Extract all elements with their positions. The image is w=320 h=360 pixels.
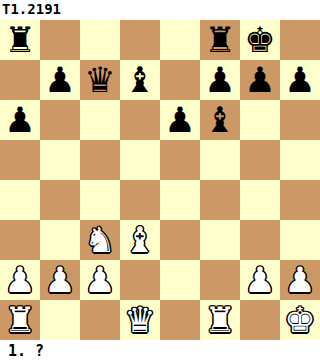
square-c8[interactable] [80, 20, 120, 60]
piece-white-pawn[interactable]: ♟ [280, 260, 320, 300]
square-e7[interactable] [160, 60, 200, 100]
piece-black-pawn[interactable]: ♟ [280, 60, 320, 100]
square-f5[interactable] [200, 140, 240, 180]
piece-black-pawn[interactable]: ♟ [200, 60, 240, 100]
puzzle-title: T1.2191 [0, 0, 320, 20]
square-g4[interactable] [240, 180, 280, 220]
square-b7[interactable]: ♟ [40, 60, 80, 100]
square-h5[interactable] [280, 140, 320, 180]
square-a1[interactable]: ♜ [0, 300, 40, 340]
square-c1[interactable] [80, 300, 120, 340]
square-c2[interactable]: ♟ [80, 260, 120, 300]
square-a7[interactable] [0, 60, 40, 100]
piece-black-king[interactable]: ♚ [240, 20, 280, 60]
square-c3[interactable]: ♞ [80, 220, 120, 260]
square-h3[interactable] [280, 220, 320, 260]
piece-black-rook[interactable]: ♜ [0, 20, 40, 60]
square-d2[interactable] [120, 260, 160, 300]
square-g8[interactable]: ♚ [240, 20, 280, 60]
square-a6[interactable]: ♟ [0, 100, 40, 140]
square-h4[interactable] [280, 180, 320, 220]
square-d3[interactable]: ♝ [120, 220, 160, 260]
square-f3[interactable] [200, 220, 240, 260]
square-b3[interactable] [40, 220, 80, 260]
square-g2[interactable]: ♟ [240, 260, 280, 300]
square-b2[interactable]: ♟ [40, 260, 80, 300]
piece-black-bishop[interactable]: ♝ [120, 60, 160, 100]
square-d4[interactable] [120, 180, 160, 220]
square-g7[interactable]: ♟ [240, 60, 280, 100]
piece-white-pawn[interactable]: ♟ [240, 260, 280, 300]
square-f2[interactable] [200, 260, 240, 300]
square-h1[interactable]: ♚ [280, 300, 320, 340]
square-d7[interactable]: ♝ [120, 60, 160, 100]
piece-white-rook[interactable]: ♜ [0, 300, 40, 340]
square-b1[interactable] [40, 300, 80, 340]
square-h7[interactable]: ♟ [280, 60, 320, 100]
chess-board: ♜♜♚♟♛♝♟♟♟♟♟♝♞♝♟♟♟♟♟♜♛♜♚ [0, 20, 320, 340]
square-d5[interactable] [120, 140, 160, 180]
piece-black-bishop[interactable]: ♝ [200, 100, 240, 140]
piece-black-queen[interactable]: ♛ [80, 60, 120, 100]
square-f8[interactable]: ♜ [200, 20, 240, 60]
square-a3[interactable] [0, 220, 40, 260]
square-a5[interactable] [0, 140, 40, 180]
piece-black-rook[interactable]: ♜ [200, 20, 240, 60]
square-c5[interactable] [80, 140, 120, 180]
square-h2[interactable]: ♟ [280, 260, 320, 300]
square-g1[interactable] [240, 300, 280, 340]
piece-white-pawn[interactable]: ♟ [40, 260, 80, 300]
square-c7[interactable]: ♛ [80, 60, 120, 100]
square-a8[interactable]: ♜ [0, 20, 40, 60]
square-e1[interactable] [160, 300, 200, 340]
square-f4[interactable] [200, 180, 240, 220]
piece-black-pawn[interactable]: ♟ [240, 60, 280, 100]
square-f1[interactable]: ♜ [200, 300, 240, 340]
square-a2[interactable]: ♟ [0, 260, 40, 300]
square-c6[interactable] [80, 100, 120, 140]
square-c4[interactable] [80, 180, 120, 220]
piece-white-queen[interactable]: ♛ [120, 300, 160, 340]
square-b4[interactable] [40, 180, 80, 220]
piece-white-bishop[interactable]: ♝ [120, 220, 160, 260]
square-e5[interactable] [160, 140, 200, 180]
piece-black-pawn[interactable]: ♟ [40, 60, 80, 100]
square-e2[interactable] [160, 260, 200, 300]
piece-white-rook[interactable]: ♜ [200, 300, 240, 340]
square-g6[interactable] [240, 100, 280, 140]
square-b6[interactable] [40, 100, 80, 140]
square-e4[interactable] [160, 180, 200, 220]
square-g3[interactable] [240, 220, 280, 260]
square-a4[interactable] [0, 180, 40, 220]
square-b5[interactable] [40, 140, 80, 180]
square-h6[interactable] [280, 100, 320, 140]
square-h8[interactable] [280, 20, 320, 60]
piece-black-pawn[interactable]: ♟ [160, 100, 200, 140]
piece-white-king[interactable]: ♚ [280, 300, 320, 340]
square-f7[interactable]: ♟ [200, 60, 240, 100]
piece-white-pawn[interactable]: ♟ [80, 260, 120, 300]
piece-white-pawn[interactable]: ♟ [0, 260, 40, 300]
square-f6[interactable]: ♝ [200, 100, 240, 140]
square-e3[interactable] [160, 220, 200, 260]
square-d8[interactable] [120, 20, 160, 60]
piece-black-pawn[interactable]: ♟ [0, 100, 40, 140]
move-prompt: 1. ? [0, 340, 320, 360]
piece-white-knight[interactable]: ♞ [80, 220, 120, 260]
square-g5[interactable] [240, 140, 280, 180]
square-e8[interactable] [160, 20, 200, 60]
square-e6[interactable]: ♟ [160, 100, 200, 140]
square-d1[interactable]: ♛ [120, 300, 160, 340]
square-b8[interactable] [40, 20, 80, 60]
square-d6[interactable] [120, 100, 160, 140]
